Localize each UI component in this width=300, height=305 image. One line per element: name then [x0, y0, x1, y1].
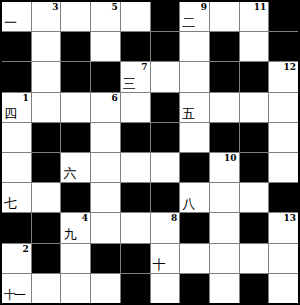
cell-r5c3[interactable] — [91, 153, 120, 182]
cell-r7c2[interactable]: 4九 — [61, 213, 90, 242]
cell-r0c7[interactable] — [210, 2, 239, 31]
cell-r0c1[interactable]: 3 — [32, 2, 61, 31]
cell-r6c6[interactable]: 八 — [180, 183, 209, 212]
cell-r8c9[interactable] — [269, 244, 298, 273]
black-cell-r7c6 — [180, 213, 209, 242]
black-cell-r6c9 — [269, 183, 298, 212]
black-cell-r8c1 — [32, 244, 61, 273]
cell-r2c1[interactable] — [32, 62, 61, 91]
cell-r0c3[interactable]: 5 — [91, 2, 120, 31]
black-cell-r9c4 — [121, 274, 150, 303]
cell-r9c3[interactable] — [91, 274, 120, 303]
cell-r8c0[interactable]: 2 — [2, 244, 31, 273]
black-cell-r4c1 — [32, 123, 61, 152]
down-clue-number: 7 — [141, 62, 147, 73]
black-cell-r1c7 — [210, 32, 239, 61]
cell-r7c4[interactable] — [121, 213, 150, 242]
black-cell-r1c9 — [269, 32, 298, 61]
black-cell-r2c7 — [210, 62, 239, 91]
cell-r8c6[interactable] — [180, 244, 209, 273]
black-cell-r2c2 — [61, 62, 90, 91]
cell-r9c1[interactable] — [32, 274, 61, 303]
cell-r3c9[interactable] — [269, 93, 298, 122]
black-cell-r1c4 — [121, 32, 150, 61]
across-clue-label: 五 — [182, 107, 195, 120]
black-cell-r2c0 — [2, 62, 31, 91]
across-clue-label: 三 — [123, 77, 136, 90]
black-cell-r6c5 — [151, 183, 180, 212]
cell-r3c2[interactable] — [61, 93, 90, 122]
cell-r6c0[interactable]: 七 — [2, 183, 31, 212]
black-cell-r3c5 — [151, 93, 180, 122]
cell-r4c0[interactable] — [2, 123, 31, 152]
cell-r9c2[interactable] — [61, 274, 90, 303]
black-cell-r5c8 — [240, 153, 269, 182]
across-clue-label: 八 — [182, 197, 195, 210]
down-clue-number: 1 — [22, 93, 28, 104]
cell-r5c7[interactable]: 10 — [210, 153, 239, 182]
across-clue-label: 六 — [63, 167, 76, 180]
cell-r7c3[interactable] — [91, 213, 120, 242]
black-cell-r2c3 — [91, 62, 120, 91]
black-cell-r4c8 — [240, 123, 269, 152]
cell-r4c6[interactable] — [180, 123, 209, 152]
cell-r8c7[interactable] — [210, 244, 239, 273]
across-clue-label: 一 — [4, 16, 17, 29]
black-cell-r2c8 — [240, 62, 269, 91]
crossword-grid: 一359二117三121四6五六10七八4九8132十十一 — [0, 0, 300, 305]
black-cell-r4c7 — [210, 123, 239, 152]
cell-r7c7[interactable] — [210, 213, 239, 242]
across-clue-label: 九 — [63, 228, 76, 241]
black-cell-r1c2 — [61, 32, 90, 61]
cell-r0c8[interactable]: 11 — [240, 2, 269, 31]
black-cell-r5c6 — [180, 153, 209, 182]
cell-r3c8[interactable] — [240, 93, 269, 122]
cell-r5c4[interactable] — [121, 153, 150, 182]
cell-r1c3[interactable] — [91, 32, 120, 61]
cell-r6c7[interactable] — [210, 183, 239, 212]
black-cell-r0c9 — [269, 2, 298, 31]
across-clue-label: 十 — [153, 258, 166, 271]
cell-r6c8[interactable] — [240, 183, 269, 212]
down-clue-number: 11 — [254, 2, 267, 13]
down-clue-number: 9 — [201, 2, 207, 13]
cell-r5c2[interactable]: 六 — [61, 153, 90, 182]
black-cell-r7c8 — [240, 213, 269, 242]
cell-r3c7[interactable] — [210, 93, 239, 122]
cell-r9c9[interactable] — [269, 274, 298, 303]
across-clue-label: 二 — [182, 16, 195, 29]
cell-r0c4[interactable] — [121, 2, 150, 31]
black-cell-r7c0 — [2, 213, 31, 242]
down-clue-number: 8 — [171, 213, 177, 224]
black-cell-r6c2 — [61, 183, 90, 212]
black-cell-r5c1 — [32, 153, 61, 182]
cell-r6c3[interactable] — [91, 183, 120, 212]
cell-r3c3[interactable]: 6 — [91, 93, 120, 122]
black-cell-r1c5 — [151, 32, 180, 61]
cell-r2c6[interactable] — [180, 62, 209, 91]
black-cell-r7c1 — [32, 213, 61, 242]
cell-r9c7[interactable] — [210, 274, 239, 303]
cell-r4c9[interactable] — [269, 123, 298, 152]
cell-r0c6[interactable]: 9二 — [180, 2, 209, 31]
across-clue-label: 七 — [4, 197, 17, 210]
cell-r8c2[interactable] — [61, 244, 90, 273]
down-clue-number: 10 — [224, 153, 237, 164]
cell-r1c6[interactable] — [180, 32, 209, 61]
black-cell-r8c3 — [91, 244, 120, 273]
cell-r2c4[interactable]: 7三 — [121, 62, 150, 91]
black-cell-r1c0 — [2, 32, 31, 61]
cell-r3c4[interactable] — [121, 93, 150, 122]
cell-r1c8[interactable] — [240, 32, 269, 61]
cell-r9c0[interactable]: 十一 — [2, 274, 31, 303]
cell-r8c8[interactable] — [240, 244, 269, 273]
black-cell-r4c5 — [151, 123, 180, 152]
cell-r2c5[interactable] — [151, 62, 180, 91]
cell-r2c9[interactable]: 12 — [269, 62, 298, 91]
across-clue-label: 四 — [4, 107, 17, 120]
cell-r6c1[interactable] — [32, 183, 61, 212]
black-cell-r9c6 — [180, 274, 209, 303]
black-cell-r0c5 — [151, 2, 180, 31]
cell-r0c2[interactable] — [61, 2, 90, 31]
down-clue-number: 5 — [112, 2, 118, 13]
black-cell-r4c4 — [121, 123, 150, 152]
black-cell-r6c4 — [121, 183, 150, 212]
cell-r5c5[interactable] — [151, 153, 180, 182]
down-clue-number: 3 — [52, 2, 58, 13]
down-clue-number: 4 — [82, 213, 88, 224]
cell-r3c1[interactable] — [32, 93, 61, 122]
down-clue-number: 13 — [283, 213, 296, 224]
cell-r0c0[interactable]: 一 — [2, 2, 31, 31]
cell-r3c0[interactable]: 1四 — [2, 93, 31, 122]
cell-r8c5[interactable]: 十 — [151, 244, 180, 273]
down-clue-number: 2 — [22, 244, 28, 255]
black-cell-r9c8 — [240, 274, 269, 303]
black-cell-r8c4 — [121, 244, 150, 273]
cell-r3c6[interactable]: 五 — [180, 93, 209, 122]
across-clue-label: 十一 — [4, 289, 24, 301]
cell-r9c5[interactable] — [151, 274, 180, 303]
down-clue-number: 6 — [112, 93, 118, 104]
cell-r4c3[interactable] — [91, 123, 120, 152]
cell-r5c9[interactable] — [269, 153, 298, 182]
cell-r7c9[interactable]: 13 — [269, 213, 298, 242]
cell-r5c0[interactable] — [2, 153, 31, 182]
cell-r1c1[interactable] — [32, 32, 61, 61]
cell-r7c5[interactable]: 8 — [151, 213, 180, 242]
down-clue-number: 12 — [283, 62, 296, 73]
black-cell-r4c2 — [61, 123, 90, 152]
